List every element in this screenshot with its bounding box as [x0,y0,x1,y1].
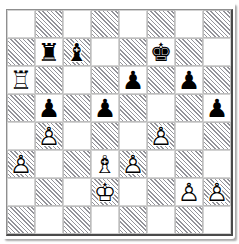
piece-white-halo: ♟ [119,150,147,178]
piece-white-halo: ♟ [147,122,175,150]
square-g3 [175,150,203,178]
piece-white-halo: ♝ [63,38,91,66]
white-pawn-b4: ♟♙ [35,122,63,150]
square-d6 [91,66,119,94]
piece-white-halo: ♟ [119,66,147,94]
white-pawn-g2: ♟♙ [175,178,203,206]
piece-white-halo: ♟ [203,94,231,122]
white-pawn-a3: ♟♙ [7,150,35,178]
square-d8 [91,10,119,38]
square-a4 [7,122,35,150]
black-rook-b7: ♜♜ [35,38,63,66]
square-a8 [7,10,35,38]
white-pawn-h2: ♟♙ [203,178,231,206]
white-piece-glyph: ♙ [7,150,35,178]
square-c2 [63,178,91,206]
square-e3: ♟♙ [119,150,147,178]
square-f3 [147,150,175,178]
diagram-image-frame: ♜♜♝♝♚♚♜♖♟♟♟♟♟♟♟♟♟♟♟♙♟♙♟♙♝♗♟♙♚♔♟♙♟♙ [1,1,235,239]
square-h8 [203,10,231,38]
square-b1 [35,206,63,234]
square-e7 [119,38,147,66]
white-bishop-d3: ♝♗ [91,150,119,178]
square-f8 [147,10,175,38]
square-e6: ♟♟ [119,66,147,94]
square-a3: ♟♙ [7,150,35,178]
square-h3 [203,150,231,178]
square-d2: ♚♔ [91,178,119,206]
white-pawn-e3: ♟♙ [119,150,147,178]
square-a6: ♜♖ [7,66,35,94]
black-pawn-d5: ♟♟ [91,94,119,122]
square-e1 [119,206,147,234]
square-c1 [63,206,91,234]
square-b7: ♜♜ [35,38,63,66]
square-e5 [119,94,147,122]
square-g4 [175,122,203,150]
square-a2 [7,178,35,206]
square-c3 [63,150,91,178]
black-pawn-e6: ♟♟ [119,66,147,94]
square-d3: ♝♗ [91,150,119,178]
black-pawn-h5: ♟♟ [203,94,231,122]
white-piece-glyph: ♙ [203,178,231,206]
square-e8 [119,10,147,38]
square-f1 [147,206,175,234]
square-g8 [175,10,203,38]
black-bishop-c7: ♝♝ [63,38,91,66]
square-c7: ♝♝ [63,38,91,66]
white-piece-glyph: ♔ [91,178,119,206]
square-f6 [147,66,175,94]
square-f2 [147,178,175,206]
black-king-f7: ♚♚ [147,38,175,66]
square-d5: ♟♟ [91,94,119,122]
piece-white-halo: ♟ [35,122,63,150]
white-piece-glyph: ♙ [147,122,175,150]
square-h1 [203,206,231,234]
white-piece-glyph: ♙ [35,122,63,150]
piece-white-halo: ♟ [175,66,203,94]
white-piece-glyph: ♖ [7,66,35,94]
white-piece-glyph: ♙ [175,178,203,206]
square-c5 [63,94,91,122]
piece-white-halo: ♜ [7,66,35,94]
white-pawn-f4: ♟♙ [147,122,175,150]
square-g7 [175,38,203,66]
black-piece-glyph: ♟ [35,94,63,122]
white-king-d2: ♚♔ [91,178,119,206]
square-b5: ♟♟ [35,94,63,122]
square-c6 [63,66,91,94]
piece-white-halo: ♟ [203,178,231,206]
white-piece-glyph: ♗ [91,150,119,178]
square-h7 [203,38,231,66]
square-h5: ♟♟ [203,94,231,122]
square-d1 [91,206,119,234]
black-piece-glyph: ♟ [203,94,231,122]
square-g5 [175,94,203,122]
square-b6 [35,66,63,94]
square-h2: ♟♙ [203,178,231,206]
square-g1 [175,206,203,234]
square-g2: ♟♙ [175,178,203,206]
piece-white-halo: ♟ [175,178,203,206]
square-f7: ♚♚ [147,38,175,66]
square-g6: ♟♟ [175,66,203,94]
black-pawn-g6: ♟♟ [175,66,203,94]
square-a1 [7,206,35,234]
black-piece-glyph: ♟ [91,94,119,122]
square-f4: ♟♙ [147,122,175,150]
piece-white-halo: ♝ [91,150,119,178]
black-pawn-b5: ♟♟ [35,94,63,122]
square-e4 [119,122,147,150]
white-piece-glyph: ♙ [119,150,147,178]
square-b2 [35,178,63,206]
square-a5 [7,94,35,122]
black-piece-glyph: ♟ [119,66,147,94]
square-b4: ♟♙ [35,122,63,150]
black-piece-glyph: ♜ [35,38,63,66]
chess-board: ♜♜♝♝♚♚♜♖♟♟♟♟♟♟♟♟♟♟♟♙♟♙♟♙♝♗♟♙♚♔♟♙♟♙ [6,9,233,236]
piece-white-halo: ♟ [91,94,119,122]
square-f5 [147,94,175,122]
square-c8 [63,10,91,38]
white-rook-a6: ♜♖ [7,66,35,94]
black-piece-glyph: ♚ [147,38,175,66]
black-piece-glyph: ♟ [175,66,203,94]
square-h4 [203,122,231,150]
piece-white-halo: ♟ [7,150,35,178]
square-d7 [91,38,119,66]
square-b8 [35,10,63,38]
square-c4 [63,122,91,150]
square-e2 [119,178,147,206]
square-b3 [35,150,63,178]
piece-white-halo: ♚ [147,38,175,66]
black-piece-glyph: ♝ [63,38,91,66]
square-h6 [203,66,231,94]
piece-white-halo: ♜ [35,38,63,66]
page-background: ♜♜♝♝♚♚♜♖♟♟♟♟♟♟♟♟♟♟♟♙♟♙♟♙♝♗♟♙♚♔♟♙♟♙ [0,0,239,244]
piece-white-halo: ♟ [35,94,63,122]
square-d4 [91,122,119,150]
piece-white-halo: ♚ [91,178,119,206]
square-a7 [7,38,35,66]
